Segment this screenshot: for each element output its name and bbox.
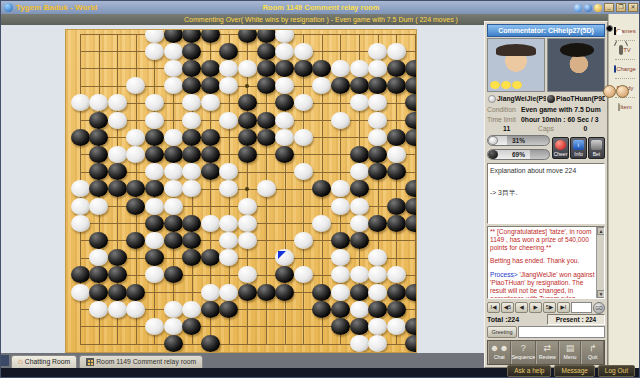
flower-icon [490,81,500,89]
move-navigation: I◀ ◀5 ◀ ▶ 5▶ ▶I GO [487,301,605,313]
white-player-photo [487,38,545,92]
black-stone [108,266,127,283]
white-stone [126,301,145,318]
black-stone [108,284,127,301]
go-board[interactable] [65,29,417,353]
close-button[interactable]: ✕ [628,3,638,12]
bet-button[interactable]: Bet [588,137,605,159]
black-stone [201,29,220,43]
white-stone [71,215,90,232]
black-player-name: PiaoTHuan(P9D) [556,95,605,102]
black-stone [331,77,350,94]
black-player-name-row: PiaoTHuan(P9D) [546,93,605,104]
white-stone [145,318,164,335]
go-button[interactable]: GO [593,302,605,314]
black-stone [405,60,417,77]
black-stone [275,146,294,163]
quick-link-icon-3[interactable] [594,4,602,12]
black-stone [238,284,257,301]
scroll-down-icon[interactable]: ▼ [597,290,605,298]
white-stone [294,232,313,249]
app-logo-icon [4,3,13,12]
board-tab-icon [86,358,94,366]
black-stone [201,146,220,163]
white-stone [350,301,369,318]
white-stone [145,43,164,60]
black-stone [182,29,201,43]
white-stone [368,112,387,129]
black-stone [164,266,183,283]
window-title: Tygem Baduk - World [16,3,98,12]
white-stone [275,129,294,146]
white-stone [71,94,90,111]
black-stone [201,335,220,352]
panel-toolbar: ☻☻ Chat ? Sequence ⇄ Review ▤ Menu ↱ Qui… [487,340,605,365]
time-limit-row: Time limit 0hour 10min : 60 Sec / 3 [487,115,605,125]
black-stone [257,112,276,129]
maximize-button[interactable]: ❐ [616,3,626,12]
sidebar-item-item[interactable]: Item [612,104,638,110]
nav-forward5-button[interactable]: 5▶ [543,302,556,313]
white-stone [275,29,294,43]
black-stone [201,249,220,266]
white-stone [164,129,183,146]
white-stone [71,180,90,197]
white-stone [145,198,164,215]
black-stone [350,232,369,249]
white-stone [350,215,369,232]
cheer-ball-icon [555,140,566,150]
white-stone [238,232,257,249]
black-stone [238,129,257,146]
black-stone [350,318,369,335]
white-stone [294,94,313,111]
white-stone [368,43,387,60]
white-stone [238,215,257,232]
white-stone [164,77,183,94]
black-stone [257,129,276,146]
black-stone [201,77,220,94]
white-stone [145,112,164,129]
black-stone [238,112,257,129]
white-stone [350,266,369,283]
black-stone [238,146,257,163]
cheer-label: Cheer [554,151,568,157]
people-icon: ☻☻ [489,343,510,354]
black-stone [387,284,406,301]
total-moves: Total :224 [487,316,519,323]
white-stone [350,198,369,215]
white-stone [108,94,127,111]
nav-first-button[interactable]: I◀ [487,302,500,313]
black-stone [275,284,294,301]
white-stone [275,112,294,129]
white-stone [126,129,145,146]
white-captures-count: 11 [487,125,526,134]
black-stone [405,215,417,232]
greeting-button[interactable]: Greeting [487,326,517,338]
sidebar-item-charge[interactable]: Charge [612,66,638,72]
black-stone [331,301,350,318]
black-stone [71,129,90,146]
black-stone [164,29,183,43]
white-stone [350,60,369,77]
black-stone [182,60,201,77]
nav-forward-button[interactable]: ▶ [529,302,542,313]
chat-message: ** [Congratulatates] 'tatze', in room 11… [490,228,595,253]
black-stone [387,215,406,232]
black-stone [350,146,369,163]
side-icon-strip: Games TV Charge Buddy Item [608,14,640,368]
menu-icon: ▤ [560,343,581,354]
black-stone [182,43,201,60]
menu-toolbar-button[interactable]: ▤ Menu [559,341,582,364]
black-stone [387,129,406,146]
black-stone [405,77,417,94]
black-stone [387,163,406,180]
condition-label: Condition [487,106,521,113]
bet-icon [591,140,602,150]
white-stone [108,146,127,163]
black-stone [312,301,331,318]
black-player-photo [547,38,605,92]
white-stone [331,249,350,266]
white-stone [108,301,127,318]
shuffle-icon: ⇄ [537,343,558,354]
black-stone [405,180,417,197]
app-window: Tygem Baduk - World Room 1149 Comment re… [0,0,640,378]
black-stone [405,198,417,215]
sidebar-item-buddy[interactable]: Buddy [612,85,638,91]
white-stone [368,129,387,146]
game-info-panel: Commentator: CHhelp27(5D) JiangWeiJie(P9… [484,21,608,368]
chat-message: Process> 'JiangWeiJie' won against 'Piao… [490,271,595,300]
white-stone [145,232,164,249]
minimize-button[interactable]: _ [604,3,614,12]
black-stone [405,284,417,301]
black-stone [89,284,108,301]
black-stone [405,335,417,352]
condition-value: Even game with 7.5 Dum [521,106,601,113]
divider [615,78,635,79]
explanation-title: Explanation about move 224 [490,166,602,177]
black-stone [126,198,145,215]
white-stone [182,112,201,129]
white-stone [164,43,183,60]
black-stone [201,301,220,318]
white-percent: 31% [488,136,549,146]
black-stone [201,129,220,146]
ask-help-button[interactable]: Ask a help [507,365,551,377]
black-stone [387,198,406,215]
bet-label: Bet [593,151,601,157]
black-stone [387,60,406,77]
white-stone [219,215,238,232]
exit-icon: ↱ [582,343,603,354]
black-stone [201,163,220,180]
chat-toolbar-button[interactable]: ☻☻ Chat [488,341,511,364]
white-stone [89,301,108,318]
white-stone [294,43,313,60]
white-stone [368,60,387,77]
white-stone [294,163,313,180]
white-stone [201,215,220,232]
black-stone [71,266,90,283]
white-stone [71,284,90,301]
explanation-body: -> 3目半. [490,188,602,199]
white-stone [294,266,313,283]
review-toolbar-button[interactable]: ⇄ Review [536,341,559,364]
white-stone [71,198,90,215]
black-stone [164,215,183,232]
white-stone [145,163,164,180]
white-stone [108,112,127,129]
black-stone [145,129,164,146]
white-stone [350,163,369,180]
black-stone [108,180,127,197]
black-stone [257,60,276,77]
black-stone [145,249,164,266]
tv-icon [619,45,623,55]
white-stone [331,198,350,215]
condition-row: Condition Even game with 7.5 Dum [487,104,605,114]
black-captures-count: 0 [566,125,605,134]
black-stone [368,301,387,318]
move-explanation-box[interactable]: Explanation about move 224 -> 3目半. [487,163,605,224]
black-stone [257,29,276,43]
white-stone [312,215,331,232]
white-stone [294,129,313,146]
info-icon: i [573,140,584,150]
black-stone [89,146,108,163]
tab-room-1149[interactable]: Room 1149 Comment relay room [79,355,203,368]
black-stone [350,77,369,94]
chat-input[interactable] [518,326,605,338]
info-button[interactable]: i Info [570,137,587,159]
nav-back-button[interactable]: ◀ [515,302,528,313]
white-stone [238,60,257,77]
quit-toolbar-button[interactable]: ↱ Quit [581,341,604,364]
white-stone [164,180,183,197]
white-stone [368,318,387,335]
present-move: Present : 224 [547,314,605,325]
black-stone [275,60,294,77]
white-stone [164,60,183,77]
sidebar-item-games[interactable]: Games [612,28,638,34]
white-stone [350,94,369,111]
black-stone [331,232,350,249]
white-stone [331,60,350,77]
nav-back5-button[interactable]: ◀5 [501,302,514,313]
black-stone [89,112,108,129]
white-stone [257,180,276,197]
white-stone [387,318,406,335]
black-stone [405,94,417,111]
chat-prefix: Process> [490,271,518,278]
black-stone [405,129,417,146]
flower-icon [501,81,511,89]
nav-last-button[interactable]: ▶I [557,302,570,313]
logout-button[interactable]: Log Out [598,365,635,377]
white-stone [387,43,406,60]
black-stone [238,29,257,43]
white-player-name-row: JiangWeiJie(P9D) [487,93,546,104]
white-stone [201,284,220,301]
message-button[interactable]: Message [554,365,594,377]
black-stone [182,146,201,163]
white-stone-icon [488,95,496,103]
black-stone-icon [547,95,555,103]
white-stone [201,94,220,111]
black-stone [182,129,201,146]
scroll-up-icon[interactable]: ▲ [597,227,605,235]
black-stone [257,43,276,60]
black-stone [368,146,387,163]
bottom-tab-bar: ⌂ Chatting Room Room 1149 Comment relay … [1,353,484,368]
white-player-name: JiangWeiJie(P9D) [497,95,546,102]
white-stone [164,301,183,318]
white-stone [164,318,183,335]
black-stone [164,335,183,352]
white-stone [164,198,183,215]
white-stone [145,29,164,43]
captures-label: Caps [526,125,565,134]
black-stone [294,60,313,77]
black-stone [145,146,164,163]
white-stone [238,198,257,215]
black-stone [182,232,201,249]
black-bet-gauge[interactable]: 69% [487,149,550,160]
captures-row: 11 Caps 0 [487,125,605,134]
white-stone [275,43,294,60]
white-stone [182,301,201,318]
black-stone [387,301,406,318]
white-stone [89,198,108,215]
chat-message: Betting has ended. Thank you. [490,257,595,265]
chat-box[interactable]: ** [Congratulatates] 'tatze', in room 11… [487,226,605,300]
black-stone [257,284,276,301]
sidebar-item-tv[interactable]: TV [612,47,638,53]
quick-link-icon-1[interactable] [574,4,582,12]
black-stone [182,318,201,335]
black-stone [89,232,108,249]
black-stone [368,215,387,232]
sequence-toolbar-button[interactable]: ? Sequence [511,341,536,364]
white-stone [164,163,183,180]
time-limit-value: 0hour 10min : 60 Sec / 3 [521,116,598,123]
white-stone [387,146,406,163]
black-stone [331,318,350,335]
cheer-button[interactable]: Cheer [552,137,569,159]
black-stone [350,180,369,197]
black-stone [350,284,369,301]
black-stone [219,301,238,318]
tab-bar-corner [1,355,9,366]
black-stone [257,77,276,94]
quick-link-icon-2[interactable] [584,4,592,12]
divider [615,59,635,60]
chat-scrollbar[interactable]: ▲ ▼ [596,227,604,299]
black-stone [108,163,127,180]
black-stone [219,43,238,60]
white-stone [331,284,350,301]
white-stone [219,284,238,301]
black-stone [405,112,417,129]
time-limit-label: Time limit [487,116,521,123]
white-stone [219,112,238,129]
white-stone [350,335,369,352]
black-stone [164,232,183,249]
totals-row: Total :224 Present : 224 [487,314,605,325]
black-stone [108,249,127,266]
white-stone [331,112,350,129]
home-icon: ⌂ [18,356,23,368]
info-label: Info [574,151,582,157]
question-icon: ? [512,343,535,354]
commentator-header: Commentator: CHhelp27(5D) [487,24,605,37]
flower-icon [512,81,522,89]
black-percent: 69% [488,150,549,160]
black-stone [405,318,417,335]
black-stone [201,60,220,77]
black-stone [312,284,331,301]
tab-chatting-room[interactable]: ⌂ Chatting Room [11,355,77,368]
black-stone [89,129,108,146]
title-bar: Tygem Baduk - World Room 1149 Comment re… [1,1,640,14]
black-stone [145,215,164,232]
black-stone [182,215,201,232]
last-move-marker [278,251,286,259]
black-stone [126,284,145,301]
white-stone [387,266,406,283]
white-stone [368,284,387,301]
white-stone [368,335,387,352]
white-bet-gauge[interactable]: 31% [487,135,550,146]
move-number-input[interactable] [571,302,592,313]
black-stone [387,77,406,94]
black-stone [164,146,183,163]
